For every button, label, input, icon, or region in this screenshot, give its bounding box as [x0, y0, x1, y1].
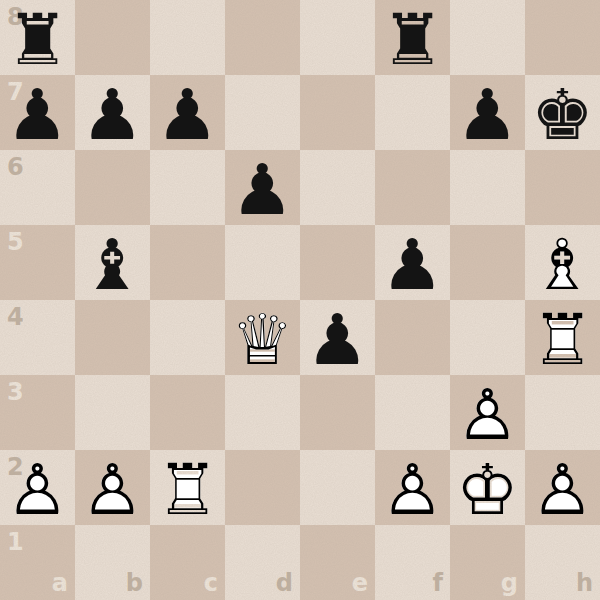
- pawn-outline-glyph: ♙: [381, 455, 444, 525]
- white-king[interactable]: ♚♔: [450, 450, 525, 525]
- square-f1[interactable]: f: [375, 525, 450, 600]
- square-e6[interactable]: [300, 150, 375, 225]
- square-h2[interactable]: ♟♙: [525, 450, 600, 525]
- square-g7[interactable]: ♟: [450, 75, 525, 150]
- black-pawn[interactable]: ♟: [450, 75, 525, 150]
- pawn-outline-glyph: ♙: [531, 455, 594, 525]
- file-label-a: a: [52, 571, 68, 595]
- file-label-e: e: [352, 571, 368, 595]
- square-g3[interactable]: ♟♙: [450, 375, 525, 450]
- square-d8[interactable]: [225, 0, 300, 75]
- file-label-g: g: [501, 571, 518, 595]
- square-g8[interactable]: [450, 0, 525, 75]
- file-label-f: f: [433, 571, 443, 595]
- square-f3[interactable]: [375, 375, 450, 450]
- rank-label-1: 1: [7, 530, 24, 554]
- king-fill-glyph: ♚: [531, 80, 594, 150]
- black-rook[interactable]: ♜: [375, 0, 450, 75]
- square-g4[interactable]: [450, 300, 525, 375]
- square-c1[interactable]: c: [150, 525, 225, 600]
- black-pawn[interactable]: ♟: [150, 75, 225, 150]
- square-g1[interactable]: g: [450, 525, 525, 600]
- pawn-fill-glyph: ♟: [6, 80, 69, 150]
- square-d6[interactable]: ♟: [225, 150, 300, 225]
- square-c2[interactable]: ♜♖: [150, 450, 225, 525]
- white-pawn[interactable]: ♟♙: [525, 450, 600, 525]
- square-e7[interactable]: [300, 75, 375, 150]
- square-h3[interactable]: [525, 375, 600, 450]
- square-d7[interactable]: [225, 75, 300, 150]
- black-pawn[interactable]: ♟: [0, 75, 75, 150]
- pawn-outline-glyph: ♙: [6, 455, 69, 525]
- rank-label-3: 3: [7, 380, 24, 404]
- square-d1[interactable]: d: [225, 525, 300, 600]
- pawn-fill-glyph: ♟: [231, 155, 294, 225]
- square-c8[interactable]: [150, 0, 225, 75]
- white-pawn[interactable]: ♟♙: [0, 450, 75, 525]
- rank-label-4: 4: [7, 305, 24, 329]
- square-f6[interactable]: [375, 150, 450, 225]
- file-label-b: b: [126, 571, 143, 595]
- white-pawn[interactable]: ♟♙: [375, 450, 450, 525]
- square-e5[interactable]: [300, 225, 375, 300]
- square-d3[interactable]: [225, 375, 300, 450]
- square-e4[interactable]: ♟: [300, 300, 375, 375]
- king-outline-glyph: ♔: [456, 455, 519, 525]
- black-bishop[interactable]: ♝: [75, 225, 150, 300]
- pawn-outline-glyph: ♙: [456, 380, 519, 450]
- square-b7[interactable]: ♟: [75, 75, 150, 150]
- square-g6[interactable]: [450, 150, 525, 225]
- black-king[interactable]: ♚: [525, 75, 600, 150]
- rank-label-6: 6: [7, 155, 24, 179]
- square-b5[interactable]: ♝: [75, 225, 150, 300]
- square-b3[interactable]: [75, 375, 150, 450]
- square-d2[interactable]: [225, 450, 300, 525]
- square-e8[interactable]: [300, 0, 375, 75]
- square-b2[interactable]: ♟♙: [75, 450, 150, 525]
- square-e3[interactable]: [300, 375, 375, 450]
- chess-board: 8♜♜7♟♟♟♟♚6♟5♝♟♝♗4♛♕♟♜♖3♟♙2♟♙♟♙♜♖♟♙♚♔♟♙1a…: [0, 0, 600, 600]
- rook-fill-glyph: ♜: [6, 5, 69, 75]
- square-c4[interactable]: [150, 300, 225, 375]
- white-pawn[interactable]: ♟♙: [75, 450, 150, 525]
- square-c3[interactable]: [150, 375, 225, 450]
- white-rook[interactable]: ♜♖: [525, 300, 600, 375]
- bishop-fill-glyph: ♝: [81, 230, 144, 300]
- square-a7[interactable]: 7♟: [0, 75, 75, 150]
- black-pawn[interactable]: ♟: [375, 225, 450, 300]
- square-h4[interactable]: ♜♖: [525, 300, 600, 375]
- square-g2[interactable]: ♚♔: [450, 450, 525, 525]
- black-rook[interactable]: ♜: [0, 0, 75, 75]
- rook-outline-glyph: ♖: [156, 455, 219, 525]
- square-a8[interactable]: 8♜: [0, 0, 75, 75]
- black-pawn[interactable]: ♟: [300, 300, 375, 375]
- white-pawn[interactable]: ♟♙: [450, 375, 525, 450]
- square-d5[interactable]: [225, 225, 300, 300]
- square-b1[interactable]: b: [75, 525, 150, 600]
- square-h1[interactable]: h: [525, 525, 600, 600]
- square-b6[interactable]: [75, 150, 150, 225]
- pawn-fill-glyph: ♟: [81, 80, 144, 150]
- pawn-fill-glyph: ♟: [306, 305, 369, 375]
- file-label-d: d: [276, 571, 293, 595]
- rank-label-5: 5: [7, 230, 24, 254]
- pawn-fill-glyph: ♟: [156, 80, 219, 150]
- square-c7[interactable]: ♟: [150, 75, 225, 150]
- square-a1[interactable]: 1a: [0, 525, 75, 600]
- pawn-fill-glyph: ♟: [381, 230, 444, 300]
- square-f2[interactable]: ♟♙: [375, 450, 450, 525]
- square-a5[interactable]: 5: [0, 225, 75, 300]
- square-f4[interactable]: [375, 300, 450, 375]
- square-h7[interactable]: ♚: [525, 75, 600, 150]
- square-f7[interactable]: [375, 75, 450, 150]
- square-h5[interactable]: ♝♗: [525, 225, 600, 300]
- square-a6[interactable]: 6: [0, 150, 75, 225]
- white-rook[interactable]: ♜♖: [150, 450, 225, 525]
- square-g5[interactable]: [450, 225, 525, 300]
- file-label-c: c: [204, 571, 218, 595]
- square-c6[interactable]: [150, 150, 225, 225]
- bishop-outline-glyph: ♗: [531, 230, 594, 300]
- pawn-fill-glyph: ♟: [456, 80, 519, 150]
- pawn-outline-glyph: ♙: [81, 455, 144, 525]
- square-d4[interactable]: ♛♕: [225, 300, 300, 375]
- square-b8[interactable]: [75, 0, 150, 75]
- white-bishop[interactable]: ♝♗: [525, 225, 600, 300]
- square-h6[interactable]: [525, 150, 600, 225]
- black-pawn[interactable]: ♟: [75, 75, 150, 150]
- square-e1[interactable]: e: [300, 525, 375, 600]
- rook-outline-glyph: ♖: [531, 305, 594, 375]
- queen-outline-glyph: ♕: [231, 305, 294, 375]
- square-a4[interactable]: 4: [0, 300, 75, 375]
- file-label-h: h: [576, 571, 593, 595]
- white-queen[interactable]: ♛♕: [225, 300, 300, 375]
- square-f5[interactable]: ♟: [375, 225, 450, 300]
- rook-fill-glyph: ♜: [381, 5, 444, 75]
- square-a2[interactable]: 2♟♙: [0, 450, 75, 525]
- square-h8[interactable]: [525, 0, 600, 75]
- square-c5[interactable]: [150, 225, 225, 300]
- square-a3[interactable]: 3: [0, 375, 75, 450]
- square-b4[interactable]: [75, 300, 150, 375]
- black-pawn[interactable]: ♟: [225, 150, 300, 225]
- square-f8[interactable]: ♜: [375, 0, 450, 75]
- square-e2[interactable]: [300, 450, 375, 525]
